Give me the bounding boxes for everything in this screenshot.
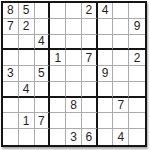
sudoku-cell-r6c3[interactable] xyxy=(35,82,51,98)
sudoku-cell-r6c5[interactable] xyxy=(66,82,82,98)
sudoku-cell-r1c8[interactable] xyxy=(113,3,129,19)
sudoku-cell-r1c4[interactable] xyxy=(50,3,66,19)
sudoku-cell-r4c3[interactable] xyxy=(35,50,51,66)
sudoku-cell-r6c7[interactable] xyxy=(98,82,114,98)
sudoku-cell-r2c4[interactable] xyxy=(50,19,66,35)
sudoku-cell-r3c8[interactable] xyxy=(113,35,129,51)
sudoku-cell-r3c2[interactable] xyxy=(19,35,35,51)
sudoku-cell-r4c2[interactable] xyxy=(19,50,35,66)
sudoku-cell-r2c3[interactable] xyxy=(35,19,51,35)
sudoku-cell-r8c2[interactable]: 1 xyxy=(19,113,35,129)
sudoku-cell-r5c5[interactable] xyxy=(66,66,82,82)
sudoku-cell-r2c5[interactable] xyxy=(66,19,82,35)
given-digit: 1 xyxy=(23,115,30,127)
sudoku-cell-r8c7[interactable] xyxy=(98,113,114,129)
sudoku-cell-r4c5[interactable] xyxy=(66,50,82,66)
sudoku-cell-r5c9[interactable] xyxy=(129,66,145,82)
sudoku-cell-r7c1[interactable] xyxy=(3,98,19,114)
given-digit: 8 xyxy=(7,4,14,16)
sudoku-cell-r5c2[interactable] xyxy=(19,66,35,82)
sudoku-cell-r9c7[interactable] xyxy=(98,129,114,145)
sudoku-cell-r9c9[interactable] xyxy=(129,129,145,145)
sudoku-cell-r5c1[interactable]: 3 xyxy=(3,66,19,82)
sudoku-cell-r1c7[interactable]: 4 xyxy=(98,3,114,19)
sudoku-cell-r9c4[interactable] xyxy=(50,129,66,145)
sudoku-cell-r9c2[interactable] xyxy=(19,129,35,145)
sudoku-cell-r8c6[interactable] xyxy=(82,113,98,129)
sudoku-cell-r9c6[interactable]: 6 xyxy=(82,129,98,145)
sudoku-cell-r3c1[interactable] xyxy=(3,35,19,51)
sudoku-cell-r7c2[interactable] xyxy=(19,98,35,114)
sudoku-cell-r5c6[interactable] xyxy=(82,66,98,82)
given-digit: 7 xyxy=(117,99,124,111)
sudoku-cell-r3c3[interactable]: 4 xyxy=(35,35,51,51)
sudoku-cell-r9c8[interactable]: 4 xyxy=(113,129,129,145)
sudoku-cell-r2c8[interactable] xyxy=(113,19,129,35)
sudoku-cell-r1c5[interactable] xyxy=(66,3,82,19)
sudoku-cell-r5c4[interactable] xyxy=(50,66,66,82)
sudoku-cell-r9c5[interactable]: 3 xyxy=(66,129,82,145)
sudoku-cell-r8c1[interactable] xyxy=(3,113,19,129)
given-digit: 3 xyxy=(7,67,14,79)
given-digit: 7 xyxy=(38,115,45,127)
sudoku-cell-r4c6[interactable]: 7 xyxy=(82,50,98,66)
sudoku-cell-r6c1[interactable] xyxy=(3,82,19,98)
sudoku-cell-r6c6[interactable] xyxy=(82,82,98,98)
sudoku-cell-r8c5[interactable] xyxy=(66,113,82,129)
sudoku-cell-r5c7[interactable]: 9 xyxy=(98,66,114,82)
sudoku-cell-r2c2[interactable]: 2 xyxy=(19,19,35,35)
sudoku-cell-r1c2[interactable]: 5 xyxy=(19,3,35,19)
sudoku-cell-r8c8[interactable] xyxy=(113,113,129,129)
sudoku-cell-r8c9[interactable] xyxy=(129,113,145,129)
sudoku-cell-r4c1[interactable] xyxy=(3,50,19,66)
given-digit: 9 xyxy=(102,67,109,79)
sudoku-cell-r4c9[interactable]: 2 xyxy=(129,50,145,66)
sudoku-cell-r6c4[interactable] xyxy=(50,82,66,98)
given-digit: 9 xyxy=(134,20,141,32)
sudoku-cell-r2c9[interactable]: 9 xyxy=(129,19,145,35)
sudoku-cell-r5c3[interactable]: 5 xyxy=(35,66,51,82)
sudoku-cell-r2c6[interactable] xyxy=(82,19,98,35)
sudoku-cell-r2c1[interactable]: 7 xyxy=(3,19,19,35)
sudoku-cell-r7c8[interactable]: 7 xyxy=(113,98,129,114)
sudoku-cell-r9c3[interactable] xyxy=(35,129,51,145)
sudoku-cell-r4c4[interactable]: 1 xyxy=(50,50,66,66)
given-digit: 1 xyxy=(54,52,61,64)
given-digit: 5 xyxy=(38,67,45,79)
given-digit: 2 xyxy=(85,4,92,16)
sudoku-cell-r1c3[interactable] xyxy=(35,3,51,19)
sudoku-cell-r3c7[interactable] xyxy=(98,35,114,51)
sudoku-cell-r3c4[interactable] xyxy=(50,35,66,51)
sudoku-cell-r4c7[interactable] xyxy=(98,50,114,66)
given-digit: 4 xyxy=(23,83,30,95)
given-digit: 5 xyxy=(23,4,30,16)
given-digit: 7 xyxy=(7,20,14,32)
sudoku-cell-r6c8[interactable] xyxy=(113,82,129,98)
sudoku-cell-r5c8[interactable] xyxy=(113,66,129,82)
given-digit: 4 xyxy=(38,35,45,47)
sudoku-cell-r6c9[interactable] xyxy=(129,82,145,98)
sudoku-cell-r1c1[interactable]: 8 xyxy=(3,3,19,19)
sudoku-cell-r7c7[interactable] xyxy=(98,98,114,114)
sudoku-cell-r3c9[interactable] xyxy=(129,35,145,51)
sudoku-cell-r1c9[interactable] xyxy=(129,3,145,19)
given-digit: 2 xyxy=(23,20,30,32)
sudoku-cell-r7c6[interactable] xyxy=(82,98,98,114)
sudoku-cell-r7c4[interactable] xyxy=(50,98,66,114)
sudoku-cell-r2c7[interactable] xyxy=(98,19,114,35)
sudoku-cell-r3c5[interactable] xyxy=(66,35,82,51)
sudoku-cell-r7c5[interactable]: 8 xyxy=(66,98,82,114)
sudoku-board: 8524729417235948717364 xyxy=(1,1,147,147)
sudoku-cell-r6c2[interactable]: 4 xyxy=(19,82,35,98)
given-digit: 2 xyxy=(134,52,141,64)
sudoku-cell-r9c1[interactable] xyxy=(3,129,19,145)
sudoku-cell-r8c3[interactable]: 7 xyxy=(35,113,51,129)
sudoku-cell-r4c8[interactable] xyxy=(113,50,129,66)
given-digit: 7 xyxy=(85,52,92,64)
given-digit: 4 xyxy=(117,131,124,143)
given-digit: 8 xyxy=(70,99,77,111)
sudoku-cell-r1c6[interactable]: 2 xyxy=(82,3,98,19)
sudoku-cell-r7c3[interactable] xyxy=(35,98,51,114)
sudoku-cell-r3c6[interactable] xyxy=(82,35,98,51)
sudoku-cell-r8c4[interactable] xyxy=(50,113,66,129)
sudoku-cell-r7c9[interactable] xyxy=(129,98,145,114)
given-digit: 6 xyxy=(85,131,92,143)
given-digit: 3 xyxy=(70,131,77,143)
given-digit: 4 xyxy=(102,4,109,16)
